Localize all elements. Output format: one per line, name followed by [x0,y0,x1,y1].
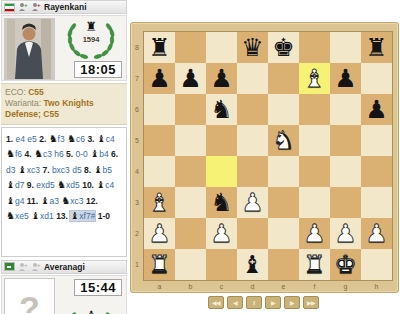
piece-figurine-icon: ♞ [67,133,76,144]
white-piece-e5: ♞ [272,125,294,156]
square-d8[interactable]: ♛ [237,32,268,63]
white-piece-f2: ♟ [303,218,325,249]
eco-label: ECO: [5,87,26,97]
square-g1[interactable]: ♚ [330,249,361,280]
go-start-button[interactable]: ◀◀ [208,296,224,309]
square-g4[interactable] [330,156,361,187]
move-token[interactable]: ♞xe5 [6,211,29,221]
top-player-name: Rayenkani [44,2,87,12]
move-number: 10. [82,180,94,190]
square-b5[interactable] [175,125,206,156]
move-token[interactable]: d3 [6,165,15,175]
variant-label: Warianta: [5,98,41,108]
piece-figurine-icon: ♝ [94,164,103,175]
top-player-clock: 18:05 [74,61,122,78]
white-piece-f1: ♜ [303,249,325,280]
top-player-avatar [4,18,55,80]
top-player-rating-wreath: ♜ 1594 [62,19,120,59]
rank-label-1: 1 [131,249,143,280]
square-c7[interactable]: ♟ [206,63,237,94]
square-f4[interactable] [299,156,330,187]
bottom-player-box: ? 15:44 [1,275,127,314]
move-token[interactable]: ♝b4 [90,149,108,159]
piece-figurine-icon: ♝ [6,195,15,206]
piece-figurine-icon: ♞ [57,179,66,190]
chess-board: ♜♛♚♜♟♟♟♝♟♞♟♞♝♞♟♟♟♟♟♟♜♝♜♚ [143,31,393,281]
white-piece-c2: ♟ [210,218,232,249]
square-a1[interactable]: ♜ [144,249,175,280]
square-b2[interactable] [175,218,206,249]
svg-text:+: + [24,262,28,268]
replay-controls: ◀◀◀‖▶▶▶▶ [130,296,397,309]
square-b7[interactable]: ♟ [175,63,206,94]
game-result: 1-0 [98,211,110,221]
square-b3[interactable] [175,187,206,218]
black-piece-d1: ♝ [241,249,263,280]
rook-icon: ♜ [62,19,120,34]
black-piece-e8: ♚ [272,32,294,63]
white-piece-h2: ♟ [365,218,387,249]
square-h4[interactable] [361,156,392,187]
square-e2[interactable] [268,218,299,249]
move-number: 4. [24,149,31,159]
file-label-a: a [144,282,175,292]
bottom-player-clock: 15:44 [74,279,122,296]
move-token[interactable]: ♞c6 [67,134,85,144]
add-friend-icon[interactable]: + [18,262,28,272]
move-number: 2. [39,134,46,144]
square-c8[interactable] [206,32,237,63]
square-c5[interactable] [206,125,237,156]
file-label-h: h [361,282,392,292]
black-piece-h6: ♟ [365,94,387,125]
move-token[interactable]: 0-0 [76,149,88,159]
move-token[interactable]: ♝g4 [6,196,24,206]
black-piece-d8: ♛ [241,32,263,63]
move-number: 12. [86,196,98,206]
move-token[interactable]: ♞xd5 [57,180,80,190]
black-piece-b7: ♟ [179,63,201,94]
rank-label-8: 8 [131,32,143,63]
move-token[interactable]: ♝c4 [97,134,115,144]
move-token[interactable]: ♝xd1 [31,211,54,221]
piece-figurine-icon: ♞ [61,195,70,206]
square-c2[interactable]: ♟ [206,218,237,249]
square-a7[interactable]: ♟ [144,63,175,94]
square-h5[interactable] [361,125,392,156]
step-back-button[interactable]: ◀ [227,296,243,309]
sidebar: + + Rayenkani [1,0,127,314]
move-number: 9. [27,180,34,190]
square-f1[interactable]: ♜ [299,249,330,280]
square-b4[interactable] [175,156,206,187]
move-token[interactable]: ♝b5 [94,165,112,175]
block-user-icon[interactable]: + [31,262,41,272]
move-number: 5. [66,149,73,159]
move-token[interactable]: ♞xc3 [61,196,83,206]
bishop-icon: ♝ [62,308,120,314]
file-label-c: c [206,282,237,292]
square-g7[interactable]: ♟ [330,63,361,94]
square-c6[interactable]: ♞ [206,94,237,125]
move-token[interactable]: bxc3 [52,165,70,175]
square-a2[interactable]: ♟ [144,218,175,249]
square-a5[interactable] [144,125,175,156]
square-g2[interactable]: ♟ [330,218,361,249]
piece-figurine-icon: ♝ [90,148,99,159]
piece-figurine-icon: ♝ [6,179,15,190]
white-piece-d3: ♟ [241,187,263,218]
move-token[interactable]: e4 [15,134,24,144]
white-piece-f7: ♝ [303,63,325,94]
square-f6[interactable] [299,94,330,125]
svg-text:+: + [37,2,41,8]
eco-value: C55 [28,87,44,97]
bottom-player-flag-icon [4,262,15,271]
square-a4[interactable] [144,156,175,187]
square-a8[interactable]: ♜ [144,32,175,63]
top-player-box: ♜ 1594 18:05 [1,15,127,81]
rank-label-3: 3 [131,187,143,218]
square-h6[interactable]: ♟ [361,94,392,125]
white-piece-g1: ♚ [334,249,356,280]
rank-label-2: 2 [131,218,143,249]
black-piece-g7: ♟ [334,63,356,94]
chess-board-frame: 87654321 ♜♛♚♜♟♟♟♝♟♞♟♞♝♞♟♟♟♟♟♟♜♝♜♚ abcdef… [130,22,399,293]
square-f2[interactable]: ♟ [299,218,330,249]
black-piece-c7: ♟ [210,63,232,94]
white-piece-g2: ♟ [334,218,356,249]
rank-label-7: 7 [131,63,143,94]
square-f3[interactable] [299,187,330,218]
play-button[interactable]: ▶ [265,296,281,309]
bottom-player-rating-wreath: ♝ 1457 [62,308,120,314]
rank-label-6: 6 [131,94,143,125]
block-user-icon[interactable]: + [31,2,41,12]
move-token[interactable]: ♝c4 [96,180,114,190]
square-a6[interactable] [144,94,175,125]
black-piece-a8: ♜ [148,32,170,63]
square-g6[interactable] [330,94,361,125]
square-d3[interactable]: ♟ [237,187,268,218]
move-token[interactable]: e5 [27,134,36,144]
square-b8[interactable] [175,32,206,63]
top-player-flag-icon [4,3,15,12]
square-a3[interactable]: ♝ [144,187,175,218]
move-list: 1. e4 e5 2. ♞f3 ♞c6 3. ♝c4 ♞f6 4. ♞c3 h6… [1,127,127,257]
square-e5[interactable]: ♞ [268,125,299,156]
square-e1[interactable] [268,249,299,280]
file-label-g: g [330,282,361,292]
file-label-d: d [237,282,268,292]
move-token[interactable]: exd5 [36,180,54,190]
move-number: 13. [56,211,68,221]
move-token[interactable]: ♝xc3 [18,165,40,175]
top-player-rating: 1594 [62,35,120,44]
go-end-button[interactable]: ▶▶ [303,296,319,309]
svg-text:+: + [24,2,28,8]
piece-figurine-icon: ♝ [18,164,27,175]
white-piece-a1: ♜ [148,249,170,280]
square-h7[interactable] [361,63,392,94]
move-number: 8. [84,165,91,175]
piece-figurine-icon: ♞ [6,148,15,159]
white-piece-a2: ♟ [148,218,170,249]
piece-figurine-icon: ♝ [31,210,40,221]
piece-figurine-icon: ♝ [70,210,79,221]
square-h8[interactable]: ♜ [361,32,392,63]
square-d7[interactable] [237,63,268,94]
square-d4[interactable] [237,156,268,187]
opening-info: ECO: C55 Warianta: Two Knights Defense; … [1,83,127,125]
move-token[interactable]: ♝d7 [6,180,24,190]
game-window: + + Rayenkani [0,0,400,314]
rank-labels: 87654321 [131,32,143,280]
square-h2[interactable]: ♟ [361,218,392,249]
move-number: 11. [27,196,38,206]
black-piece-c6: ♞ [210,94,232,125]
square-e6[interactable] [268,94,299,125]
square-b1[interactable] [175,249,206,280]
square-g3[interactable] [330,187,361,218]
square-h3[interactable] [361,187,392,218]
square-c3[interactable]: ♞ [206,187,237,218]
piece-figurine-icon: ♞ [34,148,43,159]
move-token[interactable]: d5 [72,165,81,175]
square-e3[interactable] [268,187,299,218]
square-d5[interactable] [237,125,268,156]
bottom-player-header: + + Averanagi [1,260,127,274]
piece-figurine-icon: ♝ [97,133,106,144]
square-e7[interactable] [268,63,299,94]
square-g8[interactable] [330,32,361,63]
step-forward-button[interactable]: ▶ [284,296,300,309]
move-token[interactable]: ♞f3 [49,134,65,144]
bottom-player-name: Averanagi [44,262,85,272]
square-e8[interactable]: ♚ [268,32,299,63]
move-token[interactable]: ♞c3 [34,149,52,159]
add-friend-icon[interactable]: + [18,2,28,12]
move-number: 3. [87,134,94,144]
square-f5[interactable] [299,125,330,156]
move-token[interactable]: h6 [54,149,63,159]
piece-figurine-icon: ♝ [41,195,50,206]
top-player-header: + + Rayenkani [1,0,127,14]
square-f7[interactable]: ♝ [299,63,330,94]
black-piece-a7: ♟ [148,63,170,94]
rank-label-4: 4 [131,156,143,187]
square-c4[interactable] [206,156,237,187]
square-d6[interactable] [237,94,268,125]
square-g5[interactable] [330,125,361,156]
rank-label-5: 5 [131,125,143,156]
square-d2[interactable] [237,218,268,249]
move-number: 1. [6,134,13,144]
move-token[interactable]: ♞f6 [6,149,22,159]
piece-figurine-icon: ♞ [6,210,15,221]
file-label-b: b [175,282,206,292]
svg-text:+: + [37,262,41,268]
file-label-f: f [299,282,330,292]
square-e4[interactable] [268,156,299,187]
square-c1[interactable] [206,249,237,280]
square-f8[interactable] [299,32,330,63]
black-piece-c3: ♞ [210,187,232,218]
white-piece-a3: ♝ [148,187,170,218]
black-piece-h8: ♜ [365,32,387,63]
piece-figurine-icon: ♝ [96,179,105,190]
square-b6[interactable] [175,94,206,125]
move-number: 6. [111,149,118,159]
square-h1[interactable] [361,249,392,280]
square-d1[interactable]: ♝ [237,249,268,280]
file-label-e: e [268,282,299,292]
move-number: 7. [42,165,49,175]
pause-button[interactable]: ‖ [246,296,262,309]
bottom-player-avatar-placeholder: ? [4,278,55,314]
move-token[interactable]: ♝xf7# [70,211,95,221]
move-token[interactable]: ♝a3 [41,196,59,206]
piece-figurine-icon: ♞ [49,133,58,144]
file-labels: abcdefgh [144,282,392,292]
